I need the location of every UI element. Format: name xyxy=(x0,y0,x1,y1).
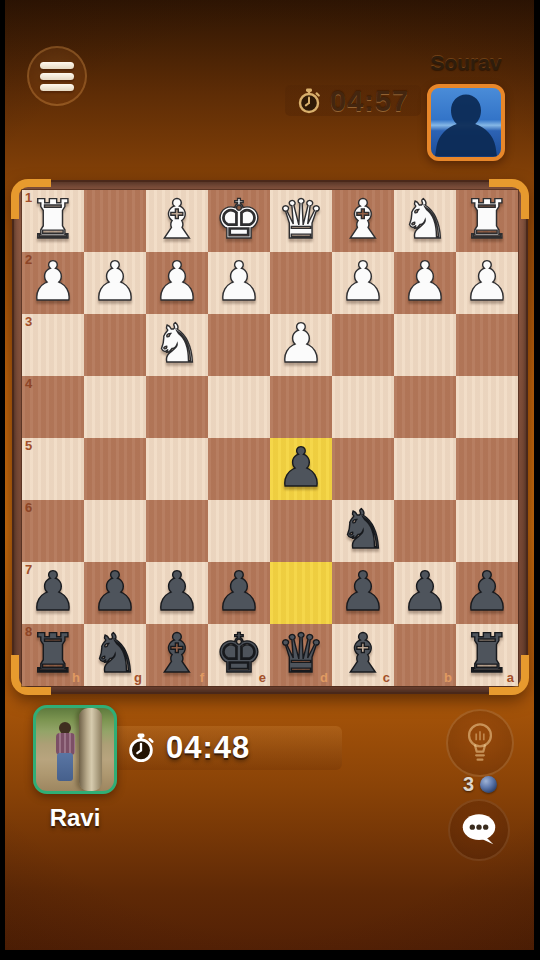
square-b7[interactable]: ♟ xyxy=(394,562,456,624)
square-d7[interactable] xyxy=(270,562,332,624)
square-a4[interactable] xyxy=(456,376,518,438)
square-c3[interactable] xyxy=(332,314,394,376)
white-bishop[interactable]: ♝ xyxy=(153,193,201,247)
black-pawn[interactable]: ♟ xyxy=(277,441,325,495)
square-g8[interactable]: g♞ xyxy=(84,624,146,686)
player-name: Ravi xyxy=(20,804,130,832)
square-g6[interactable] xyxy=(84,500,146,562)
square-a2[interactable]: ♟ xyxy=(456,252,518,314)
square-e7[interactable]: ♟ xyxy=(208,562,270,624)
black-rook[interactable]: ♜ xyxy=(463,627,511,681)
white-pawn[interactable]: ♟ xyxy=(215,255,263,309)
black-pawn[interactable]: ♟ xyxy=(153,565,201,619)
square-c6[interactable]: ♞ xyxy=(332,500,394,562)
square-c4[interactable] xyxy=(332,376,394,438)
black-pawn[interactable]: ♟ xyxy=(91,565,139,619)
hint-button[interactable] xyxy=(446,709,514,777)
square-d8[interactable]: d♛ xyxy=(270,624,332,686)
square-b3[interactable] xyxy=(394,314,456,376)
black-rook[interactable]: ♜ xyxy=(29,627,77,681)
white-king[interactable]: ♚ xyxy=(215,193,263,247)
square-c7[interactable]: ♟ xyxy=(332,562,394,624)
square-c5[interactable] xyxy=(332,438,394,500)
square-c8[interactable]: c♝ xyxy=(332,624,394,686)
hamburger-menu-icon xyxy=(40,62,74,69)
square-h4[interactable]: 4 xyxy=(22,376,84,438)
person-silhouette-icon xyxy=(431,88,501,157)
square-c2[interactable]: ♟ xyxy=(332,252,394,314)
square-e1[interactable]: ♚ xyxy=(208,190,270,252)
square-d4[interactable] xyxy=(270,376,332,438)
white-knight[interactable]: ♞ xyxy=(401,193,449,247)
square-b2[interactable]: ♟ xyxy=(394,252,456,314)
lightbulb-icon xyxy=(461,720,499,766)
square-d3[interactable]: ♟ xyxy=(270,314,332,376)
black-knight[interactable]: ♞ xyxy=(91,627,139,681)
square-a7[interactable]: ♟ xyxy=(456,562,518,624)
square-b4[interactable] xyxy=(394,376,456,438)
chat-button[interactable] xyxy=(448,799,510,861)
tree-trunk-photo-detail xyxy=(79,708,102,791)
rank-label: 5 xyxy=(25,439,32,453)
black-pawn[interactable]: ♟ xyxy=(29,565,77,619)
square-f6[interactable] xyxy=(146,500,208,562)
square-h2[interactable]: 2♟ xyxy=(22,252,84,314)
rank-label: 6 xyxy=(25,501,32,515)
square-g4[interactable] xyxy=(84,376,146,438)
white-rook[interactable]: ♜ xyxy=(29,193,77,247)
square-d2[interactable] xyxy=(270,252,332,314)
opponent-avatar[interactable] xyxy=(427,84,505,161)
square-g7[interactable]: ♟ xyxy=(84,562,146,624)
square-g2[interactable]: ♟ xyxy=(84,252,146,314)
square-d1[interactable]: ♛ xyxy=(270,190,332,252)
rank-label: 4 xyxy=(25,377,32,391)
square-f3[interactable]: ♞ xyxy=(146,314,208,376)
square-d6[interactable] xyxy=(270,500,332,562)
white-pawn[interactable]: ♟ xyxy=(153,255,201,309)
rank-label: 3 xyxy=(25,315,32,329)
opponent-name: Sourav xyxy=(406,51,526,75)
player-timer: 04:48 xyxy=(126,729,250,767)
black-knight[interactable]: ♞ xyxy=(339,503,387,557)
square-b6[interactable] xyxy=(394,500,456,562)
square-f2[interactable]: ♟ xyxy=(146,252,208,314)
square-b8[interactable]: b xyxy=(394,624,456,686)
square-a6[interactable] xyxy=(456,500,518,562)
chat-bubble-icon xyxy=(458,810,500,850)
chess-board: 1♜♝♚♛♝♞♜2♟♟♟♟♟♟♟3♞♟45♟6♞7♟♟♟♟♟♟♟8h♜g♞f♝e… xyxy=(22,190,518,686)
white-pawn[interactable]: ♟ xyxy=(29,255,77,309)
square-e4[interactable] xyxy=(208,376,270,438)
opponent-timer: 04:57 xyxy=(296,84,409,118)
square-h1[interactable]: 1♜ xyxy=(22,190,84,252)
square-g3[interactable] xyxy=(84,314,146,376)
screen-edge xyxy=(0,950,540,960)
white-queen[interactable]: ♛ xyxy=(277,193,325,247)
hint-cost: 3 xyxy=(446,773,514,796)
white-pawn[interactable]: ♟ xyxy=(463,255,511,309)
square-g5[interactable] xyxy=(84,438,146,500)
player-clock: 04:48 xyxy=(166,730,250,766)
stopwatch-icon xyxy=(126,733,156,763)
square-f1[interactable]: ♝ xyxy=(146,190,208,252)
black-bishop[interactable]: ♝ xyxy=(153,627,201,681)
black-bishop[interactable]: ♝ xyxy=(339,627,387,681)
black-pawn[interactable]: ♟ xyxy=(401,565,449,619)
black-queen[interactable]: ♛ xyxy=(277,627,325,681)
square-b5[interactable] xyxy=(394,438,456,500)
game-screen: 04:57 Sourav 1♜♝♚♛♝♞♜2♟♟♟♟♟♟♟3♞♟45♟6♞7♟♟… xyxy=(0,0,540,960)
square-d5[interactable]: ♟ xyxy=(270,438,332,500)
square-f8[interactable]: f♝ xyxy=(146,624,208,686)
square-f4[interactable] xyxy=(146,376,208,438)
square-f5[interactable] xyxy=(146,438,208,500)
white-pawn[interactable]: ♟ xyxy=(339,255,387,309)
black-pawn[interactable]: ♟ xyxy=(215,565,263,619)
file-label: b xyxy=(444,671,452,685)
square-a5[interactable] xyxy=(456,438,518,500)
square-h8[interactable]: 8h♜ xyxy=(22,624,84,686)
screen-edge xyxy=(534,0,540,960)
square-e5[interactable] xyxy=(208,438,270,500)
black-pawn[interactable]: ♟ xyxy=(339,565,387,619)
square-h7[interactable]: 7♟ xyxy=(22,562,84,624)
square-b1[interactable]: ♞ xyxy=(394,190,456,252)
screen-edge xyxy=(0,0,5,960)
hint-count: 3 xyxy=(463,773,474,796)
square-g1[interactable] xyxy=(84,190,146,252)
white-pawn[interactable]: ♟ xyxy=(277,317,325,371)
square-a8[interactable]: a♜ xyxy=(456,624,518,686)
square-a3[interactable] xyxy=(456,314,518,376)
square-e8[interactable]: e♚ xyxy=(208,624,270,686)
white-pawn[interactable]: ♟ xyxy=(91,255,139,309)
hamburger-menu-button[interactable] xyxy=(27,46,87,106)
gem-icon xyxy=(480,776,497,793)
black-king[interactable]: ♚ xyxy=(215,627,263,681)
square-e2[interactable]: ♟ xyxy=(208,252,270,314)
opponent-clock: 04:57 xyxy=(330,85,409,118)
player-avatar[interactable] xyxy=(33,705,117,794)
square-e3[interactable] xyxy=(208,314,270,376)
white-knight[interactable]: ♞ xyxy=(153,317,201,371)
square-h5[interactable]: 5 xyxy=(22,438,84,500)
square-f7[interactable]: ♟ xyxy=(146,562,208,624)
stopwatch-icon xyxy=(296,88,322,114)
black-pawn[interactable]: ♟ xyxy=(463,565,511,619)
white-pawn[interactable]: ♟ xyxy=(401,255,449,309)
square-h6[interactable]: 6 xyxy=(22,500,84,562)
square-a1[interactable]: ♜ xyxy=(456,190,518,252)
white-rook[interactable]: ♜ xyxy=(463,193,511,247)
white-bishop[interactable]: ♝ xyxy=(339,193,387,247)
square-c1[interactable]: ♝ xyxy=(332,190,394,252)
square-h3[interactable]: 3 xyxy=(22,314,84,376)
square-e6[interactable] xyxy=(208,500,270,562)
